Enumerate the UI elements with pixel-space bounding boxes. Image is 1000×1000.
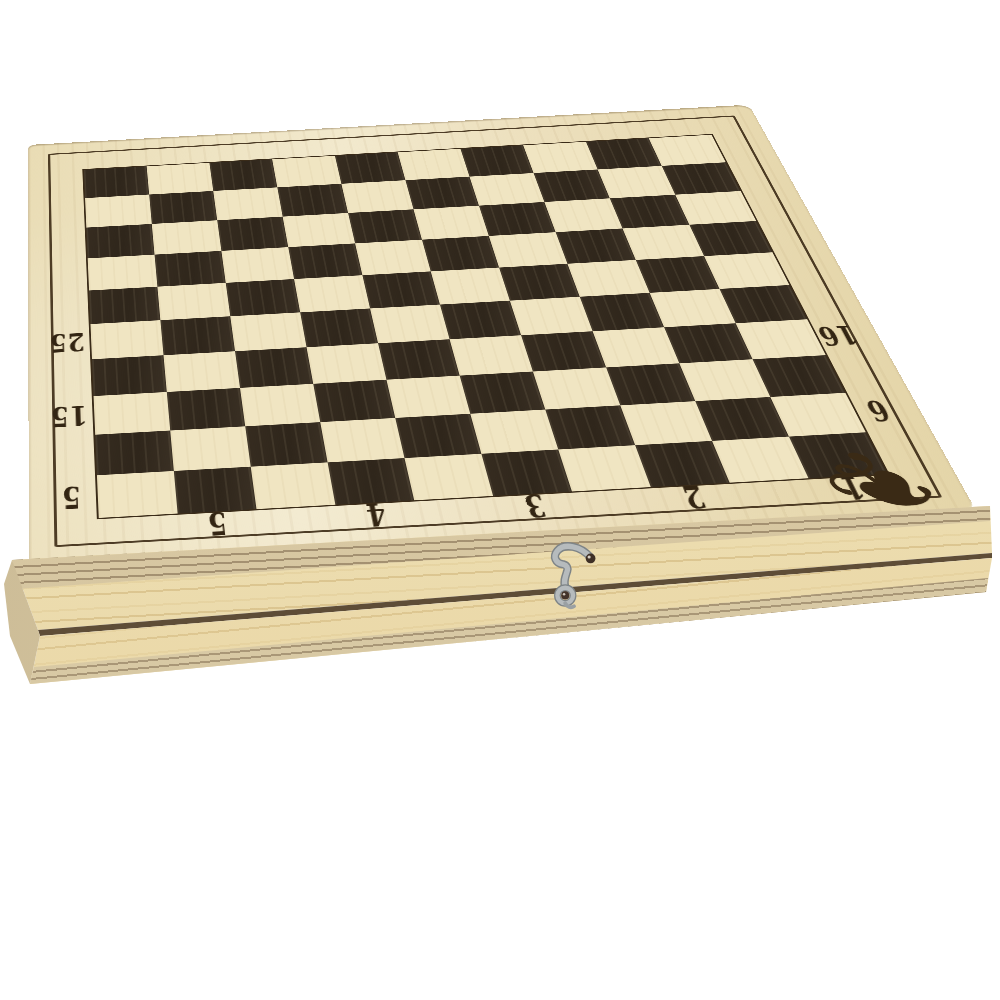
board-square	[469, 173, 544, 206]
board-square	[92, 355, 167, 396]
board-square	[221, 247, 294, 283]
board-square	[88, 255, 158, 291]
board-square	[753, 355, 846, 397]
board-square	[90, 320, 163, 359]
board-coordinate-label: 15	[48, 398, 89, 432]
board-coordinate-label: 4	[350, 494, 401, 533]
board-square	[470, 410, 558, 454]
board-square	[245, 422, 327, 467]
board-square	[294, 275, 370, 312]
board-square	[147, 163, 214, 195]
board-square	[460, 145, 533, 176]
board-square	[97, 471, 178, 518]
board-coordinate-label: 5	[193, 503, 240, 542]
product-photo-scene: 5432125155166 ❦	[0, 0, 1000, 1000]
board-square	[533, 367, 620, 409]
board-top-face-wrap: 5432125155166 ❦	[0, 0, 977, 566]
board-square	[84, 166, 149, 198]
board-square	[422, 236, 499, 271]
board-coordinate-label: 25	[47, 326, 86, 357]
board-square	[395, 414, 481, 458]
board-square	[689, 221, 772, 256]
board-square	[272, 156, 341, 188]
board-square	[440, 301, 521, 340]
board-square	[370, 305, 450, 344]
board-square	[355, 240, 431, 276]
board-square	[300, 308, 378, 347]
perspective-container: 5432125155166 ❦	[0, 0, 977, 566]
draughts-board-face: 5432125155166 ❦	[28, 105, 977, 566]
board-square	[414, 206, 489, 240]
board-square	[431, 268, 510, 305]
board-square	[405, 177, 479, 210]
board-square	[307, 343, 387, 384]
board-square	[217, 217, 288, 251]
board-square	[341, 180, 413, 213]
board-square	[404, 454, 493, 501]
board-square	[226, 279, 300, 316]
board-square	[89, 287, 160, 324]
board-square	[155, 251, 226, 287]
board-square	[209, 159, 277, 191]
board-square	[521, 331, 606, 371]
board-square	[149, 191, 217, 224]
board-square	[213, 187, 282, 220]
board-square	[545, 405, 635, 449]
board-square	[489, 232, 568, 267]
board-square	[240, 384, 320, 427]
board-square	[152, 220, 222, 254]
board-square	[662, 162, 741, 194]
board-square	[704, 252, 789, 289]
board-square	[348, 209, 422, 243]
board-square	[167, 388, 245, 431]
board-coordinate-label: 5	[50, 477, 93, 515]
board-square	[675, 191, 756, 225]
board-square	[386, 376, 470, 418]
board-square	[544, 198, 622, 232]
board-square	[499, 264, 580, 301]
board-square	[378, 339, 460, 379]
board-square	[320, 418, 404, 462]
board-square	[230, 312, 306, 351]
board-square	[164, 351, 241, 392]
clasp-hook-icon	[535, 537, 613, 617]
board-square	[313, 380, 395, 422]
board-square	[649, 135, 726, 166]
board-square	[160, 316, 235, 355]
board-square	[283, 213, 355, 247]
board-square	[523, 142, 597, 173]
board-square	[157, 283, 230, 320]
board-square	[398, 149, 470, 180]
board-square	[720, 285, 808, 323]
board-square	[479, 202, 556, 236]
board-square	[510, 297, 593, 336]
board-square	[235, 347, 313, 388]
board-square	[534, 169, 610, 202]
board-square	[251, 462, 336, 509]
board-square	[170, 426, 250, 471]
board-square	[288, 243, 362, 279]
board-square	[85, 195, 152, 228]
board-square	[94, 392, 171, 435]
board-square	[460, 372, 546, 414]
board-square	[277, 184, 348, 217]
board-square	[95, 431, 174, 476]
board-square	[362, 271, 440, 308]
board-square	[86, 224, 154, 258]
board-square	[450, 335, 533, 375]
board-square	[335, 152, 406, 183]
